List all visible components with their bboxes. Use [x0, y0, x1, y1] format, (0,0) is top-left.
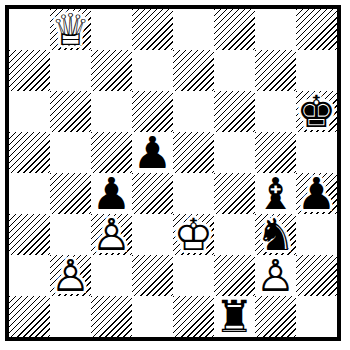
black-knight-glyph: ♞: [255, 214, 296, 255]
square-e5[interactable]: [173, 132, 214, 173]
square-d7[interactable]: [132, 50, 173, 91]
white-pawn-glyph: ♟: [50, 255, 91, 296]
black-king-glyph: ♚: [296, 91, 337, 132]
square-f1[interactable]: ♜: [214, 296, 255, 337]
square-f3[interactable]: [214, 214, 255, 255]
piece-white-pawn[interactable]: ♟♙: [50, 255, 91, 296]
white-pawn-outline-glyph: ♙: [50, 255, 91, 296]
square-h8[interactable]: [296, 9, 337, 50]
piece-black-rook[interactable]: ♜: [214, 296, 255, 337]
piece-black-king[interactable]: ♚: [296, 91, 337, 132]
piece-white-pawn[interactable]: ♟♙: [91, 214, 132, 255]
board-frame: ♛♕♚♟♟♝♟♟♙♚♔♞♟♙♟♙♜: [5, 5, 341, 341]
piece-black-pawn[interactable]: ♟: [132, 132, 173, 173]
square-g1[interactable]: [255, 296, 296, 337]
square-h6[interactable]: ♚: [296, 91, 337, 132]
piece-black-knight[interactable]: ♞: [255, 214, 296, 255]
square-d1[interactable]: [132, 296, 173, 337]
square-a8[interactable]: [9, 9, 50, 50]
square-e3[interactable]: ♚♔: [173, 214, 214, 255]
square-d6[interactable]: [132, 91, 173, 132]
square-b6[interactable]: [50, 91, 91, 132]
square-f7[interactable]: [214, 50, 255, 91]
square-c3[interactable]: ♟♙: [91, 214, 132, 255]
square-e7[interactable]: [173, 50, 214, 91]
square-h4[interactable]: ♟: [296, 173, 337, 214]
square-a7[interactable]: [9, 50, 50, 91]
white-pawn-outline-glyph: ♙: [91, 214, 132, 255]
chess-board[interactable]: ♛♕♚♟♟♝♟♟♙♚♔♞♟♙♟♙♜: [9, 9, 337, 337]
black-bishop-glyph: ♝: [255, 173, 296, 214]
square-e6[interactable]: [173, 91, 214, 132]
square-c1[interactable]: [91, 296, 132, 337]
piece-white-pawn[interactable]: ♟♙: [255, 255, 296, 296]
square-a4[interactable]: [9, 173, 50, 214]
white-pawn-glyph: ♟: [91, 214, 132, 255]
piece-black-bishop[interactable]: ♝: [255, 173, 296, 214]
square-h1[interactable]: [296, 296, 337, 337]
square-a6[interactable]: [9, 91, 50, 132]
white-queen-glyph: ♛: [50, 9, 91, 50]
square-a2[interactable]: [9, 255, 50, 296]
square-g7[interactable]: [255, 50, 296, 91]
square-f8[interactable]: [214, 9, 255, 50]
white-king-glyph: ♚: [173, 214, 214, 255]
square-e1[interactable]: [173, 296, 214, 337]
square-d3[interactable]: [132, 214, 173, 255]
piece-black-pawn[interactable]: ♟: [91, 173, 132, 214]
piece-white-queen[interactable]: ♛♕: [50, 9, 91, 50]
square-b1[interactable]: [50, 296, 91, 337]
square-h3[interactable]: [296, 214, 337, 255]
white-pawn-glyph: ♟: [255, 255, 296, 296]
square-a1[interactable]: [9, 296, 50, 337]
square-b5[interactable]: [50, 132, 91, 173]
square-c5[interactable]: [91, 132, 132, 173]
white-pawn-outline-glyph: ♙: [255, 255, 296, 296]
square-f2[interactable]: [214, 255, 255, 296]
piece-black-pawn[interactable]: ♟: [296, 173, 337, 214]
square-d5[interactable]: ♟: [132, 132, 173, 173]
square-g5[interactable]: [255, 132, 296, 173]
square-g3[interactable]: ♞: [255, 214, 296, 255]
piece-white-king[interactable]: ♚♔: [173, 214, 214, 255]
square-g2[interactable]: ♟♙: [255, 255, 296, 296]
square-h5[interactable]: [296, 132, 337, 173]
square-g8[interactable]: [255, 9, 296, 50]
square-h7[interactable]: [296, 50, 337, 91]
black-pawn-glyph: ♟: [132, 132, 173, 173]
square-d8[interactable]: [132, 9, 173, 50]
square-a3[interactable]: [9, 214, 50, 255]
square-b3[interactable]: [50, 214, 91, 255]
square-b4[interactable]: [50, 173, 91, 214]
white-king-outline-glyph: ♔: [173, 214, 214, 255]
square-f5[interactable]: [214, 132, 255, 173]
square-a5[interactable]: [9, 132, 50, 173]
black-pawn-glyph: ♟: [296, 173, 337, 214]
square-e8[interactable]: [173, 9, 214, 50]
black-pawn-glyph: ♟: [91, 173, 132, 214]
square-c4[interactable]: ♟: [91, 173, 132, 214]
black-rook-glyph: ♜: [214, 296, 255, 337]
square-c7[interactable]: [91, 50, 132, 91]
square-d4[interactable]: [132, 173, 173, 214]
white-queen-outline-glyph: ♕: [50, 9, 91, 50]
square-f6[interactable]: [214, 91, 255, 132]
square-b7[interactable]: [50, 50, 91, 91]
square-e4[interactable]: [173, 173, 214, 214]
square-c6[interactable]: [91, 91, 132, 132]
square-g6[interactable]: [255, 91, 296, 132]
chess-diagram: ♛♕♚♟♟♝♟♟♙♚♔♞♟♙♟♙♜: [0, 0, 350, 350]
square-h2[interactable]: [296, 255, 337, 296]
square-d2[interactable]: [132, 255, 173, 296]
square-g4[interactable]: ♝: [255, 173, 296, 214]
square-b2[interactable]: ♟♙: [50, 255, 91, 296]
square-e2[interactable]: [173, 255, 214, 296]
square-c8[interactable]: [91, 9, 132, 50]
square-b8[interactable]: ♛♕: [50, 9, 91, 50]
square-f4[interactable]: [214, 173, 255, 214]
square-c2[interactable]: [91, 255, 132, 296]
